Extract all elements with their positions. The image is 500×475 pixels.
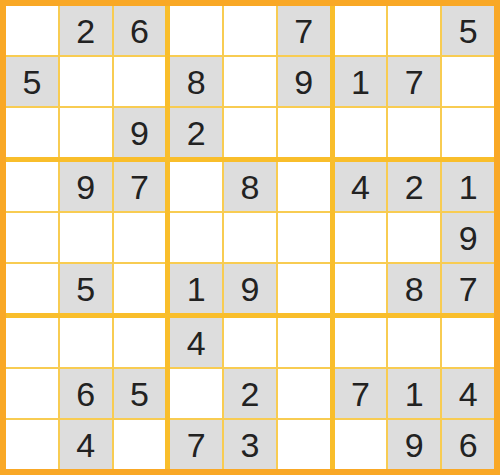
cell-r8c4[interactable] xyxy=(170,369,222,418)
cell-r7c8[interactable] xyxy=(388,318,440,367)
cell-r3c2[interactable] xyxy=(60,108,112,157)
box-1-1: 2659 xyxy=(6,6,165,157)
cell-r7c1[interactable] xyxy=(6,318,58,367)
cell-r3c7[interactable] xyxy=(335,108,387,157)
cell-r6c7[interactable] xyxy=(335,264,387,313)
cell-r9c5[interactable]: 3 xyxy=(224,420,276,469)
cell-r9c1[interactable] xyxy=(6,420,58,469)
box-3-3: 71496 xyxy=(335,318,494,469)
cell-r6c5[interactable]: 9 xyxy=(224,264,276,313)
cell-r9c2[interactable]: 4 xyxy=(60,420,112,469)
cell-r1c1[interactable] xyxy=(6,6,58,55)
cell-r1c5[interactable] xyxy=(224,6,276,55)
cell-r5c6[interactable] xyxy=(278,213,330,262)
box-2-3: 421987 xyxy=(335,162,494,313)
cell-r8c9[interactable]: 4 xyxy=(442,369,494,418)
cell-r4c5[interactable]: 8 xyxy=(224,162,276,211)
cell-r4c1[interactable] xyxy=(6,162,58,211)
cell-r8c2[interactable]: 6 xyxy=(60,369,112,418)
cell-r9c7[interactable] xyxy=(335,420,387,469)
cell-r8c1[interactable] xyxy=(6,369,58,418)
cell-r9c9[interactable]: 6 xyxy=(442,420,494,469)
cell-r5c5[interactable] xyxy=(224,213,276,262)
cell-r7c4[interactable]: 4 xyxy=(170,318,222,367)
cell-r1c8[interactable] xyxy=(388,6,440,55)
cell-r8c6[interactable] xyxy=(278,369,330,418)
cell-r7c5[interactable] xyxy=(224,318,276,367)
cell-r6c2[interactable]: 5 xyxy=(60,264,112,313)
cell-r2c9[interactable] xyxy=(442,57,494,106)
cell-r7c3[interactable] xyxy=(114,318,166,367)
cell-r1c4[interactable] xyxy=(170,6,222,55)
cell-r3c3[interactable]: 9 xyxy=(114,108,166,157)
cell-r3c6[interactable] xyxy=(278,108,330,157)
cell-r5c3[interactable] xyxy=(114,213,166,262)
cell-r8c3[interactable]: 5 xyxy=(114,369,166,418)
cell-r5c2[interactable] xyxy=(60,213,112,262)
cell-r9c3[interactable] xyxy=(114,420,166,469)
cell-r8c5[interactable]: 2 xyxy=(224,369,276,418)
cell-r5c4[interactable] xyxy=(170,213,222,262)
cell-r2c8[interactable]: 7 xyxy=(388,57,440,106)
cell-r1c6[interactable]: 7 xyxy=(278,6,330,55)
cell-r6c4[interactable]: 1 xyxy=(170,264,222,313)
cell-r9c6[interactable] xyxy=(278,420,330,469)
cell-r4c3[interactable]: 7 xyxy=(114,162,166,211)
cell-r7c7[interactable] xyxy=(335,318,387,367)
cell-r7c9[interactable] xyxy=(442,318,494,367)
cell-r2c1[interactable]: 5 xyxy=(6,57,58,106)
cell-r9c4[interactable]: 7 xyxy=(170,420,222,469)
cell-r4c9[interactable]: 1 xyxy=(442,162,494,211)
box-3-1: 654 xyxy=(6,318,165,469)
cell-r4c2[interactable]: 9 xyxy=(60,162,112,211)
cell-r6c6[interactable] xyxy=(278,264,330,313)
cell-r7c6[interactable] xyxy=(278,318,330,367)
cell-r4c7[interactable]: 4 xyxy=(335,162,387,211)
cell-r6c3[interactable] xyxy=(114,264,166,313)
cell-r1c2[interactable]: 2 xyxy=(60,6,112,55)
box-1-3: 517 xyxy=(335,6,494,157)
cell-r2c6[interactable]: 9 xyxy=(278,57,330,106)
cell-r2c5[interactable] xyxy=(224,57,276,106)
cell-r6c9[interactable]: 7 xyxy=(442,264,494,313)
cell-r1c9[interactable]: 5 xyxy=(442,6,494,55)
cell-r1c3[interactable]: 6 xyxy=(114,6,166,55)
cell-r4c6[interactable] xyxy=(278,162,330,211)
cell-r3c1[interactable] xyxy=(6,108,58,157)
cell-r5c7[interactable] xyxy=(335,213,387,262)
cell-r3c9[interactable] xyxy=(442,108,494,157)
box-3-2: 4273 xyxy=(170,318,329,469)
cell-r2c4[interactable]: 8 xyxy=(170,57,222,106)
cell-r8c7[interactable]: 7 xyxy=(335,369,387,418)
cell-r5c8[interactable] xyxy=(388,213,440,262)
cell-r2c7[interactable]: 1 xyxy=(335,57,387,106)
box-2-2: 819 xyxy=(170,162,329,313)
cell-r3c4[interactable]: 2 xyxy=(170,108,222,157)
cell-r5c1[interactable] xyxy=(6,213,58,262)
cell-r1c7[interactable] xyxy=(335,6,387,55)
cell-r2c2[interactable] xyxy=(60,57,112,106)
cell-r3c5[interactable] xyxy=(224,108,276,157)
cell-r6c8[interactable]: 8 xyxy=(388,264,440,313)
cell-r5c9[interactable]: 9 xyxy=(442,213,494,262)
cell-r2c3[interactable] xyxy=(114,57,166,106)
cell-r3c8[interactable] xyxy=(388,108,440,157)
box-1-2: 7892 xyxy=(170,6,329,157)
cell-r4c4[interactable] xyxy=(170,162,222,211)
cell-r6c1[interactable] xyxy=(6,264,58,313)
cell-r7c2[interactable] xyxy=(60,318,112,367)
box-2-1: 975 xyxy=(6,162,165,313)
cell-r8c8[interactable]: 1 xyxy=(388,369,440,418)
sudoku-board: 26597892517975819421987654427371496 xyxy=(0,0,500,475)
cell-r9c8[interactable]: 9 xyxy=(388,420,440,469)
cell-r4c8[interactable]: 2 xyxy=(388,162,440,211)
